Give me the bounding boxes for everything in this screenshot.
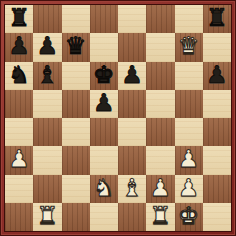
square-a6[interactable]: ♞ xyxy=(5,62,33,90)
square-b4[interactable] xyxy=(33,118,61,146)
square-h7[interactable] xyxy=(203,33,231,61)
square-h3[interactable] xyxy=(203,146,231,174)
square-h8[interactable]: ♜ xyxy=(203,5,231,33)
square-f5[interactable] xyxy=(146,90,174,118)
square-f6[interactable] xyxy=(146,62,174,90)
square-a1[interactable] xyxy=(5,203,33,231)
white-pawn-piece[interactable]: ♟ xyxy=(178,147,200,171)
white-pawn-piece[interactable]: ♟ xyxy=(8,147,30,171)
square-d6[interactable]: ♚ xyxy=(90,62,118,90)
square-b6[interactable]: ♝ xyxy=(33,62,61,90)
black-pawn-piece[interactable]: ♟ xyxy=(206,63,228,87)
square-e7[interactable] xyxy=(118,33,146,61)
square-g1[interactable]: ♚ xyxy=(175,203,203,231)
square-f2[interactable]: ♟ xyxy=(146,175,174,203)
square-c1[interactable] xyxy=(62,203,90,231)
square-g5[interactable] xyxy=(175,90,203,118)
square-d2[interactable]: ♞ xyxy=(90,175,118,203)
black-king-piece[interactable]: ♚ xyxy=(93,63,115,87)
square-c8[interactable] xyxy=(62,5,90,33)
white-queen-piece[interactable]: ♛ xyxy=(178,34,200,58)
square-f8[interactable] xyxy=(146,5,174,33)
square-f7[interactable] xyxy=(146,33,174,61)
white-pawn-piece[interactable]: ♟ xyxy=(178,176,200,200)
square-f3[interactable] xyxy=(146,146,174,174)
square-e4[interactable] xyxy=(118,118,146,146)
square-f4[interactable] xyxy=(146,118,174,146)
square-h5[interactable] xyxy=(203,90,231,118)
black-queen-piece[interactable]: ♛ xyxy=(65,34,87,58)
square-d1[interactable] xyxy=(90,203,118,231)
black-pawn-piece[interactable]: ♟ xyxy=(8,34,30,58)
square-a2[interactable] xyxy=(5,175,33,203)
square-h6[interactable]: ♟ xyxy=(203,62,231,90)
square-e5[interactable] xyxy=(118,90,146,118)
square-e8[interactable] xyxy=(118,5,146,33)
square-d5[interactable]: ♟ xyxy=(90,90,118,118)
white-pawn-piece[interactable]: ♟ xyxy=(150,176,172,200)
square-g7[interactable]: ♛ xyxy=(175,33,203,61)
square-b8[interactable] xyxy=(33,5,61,33)
chess-board: ♜♜♟♟♛♛♞♝♚♟♟♟♟♟♞♝♟♟♜♜♚ xyxy=(5,5,231,231)
square-e1[interactable] xyxy=(118,203,146,231)
square-a3[interactable]: ♟ xyxy=(5,146,33,174)
black-rook-piece[interactable]: ♜ xyxy=(8,6,30,30)
square-a7[interactable]: ♟ xyxy=(5,33,33,61)
square-c4[interactable] xyxy=(62,118,90,146)
square-d8[interactable] xyxy=(90,5,118,33)
square-c7[interactable]: ♛ xyxy=(62,33,90,61)
white-rook-piece[interactable]: ♜ xyxy=(150,204,172,228)
black-pawn-piece[interactable]: ♟ xyxy=(93,91,115,115)
square-a4[interactable] xyxy=(5,118,33,146)
square-g3[interactable]: ♟ xyxy=(175,146,203,174)
square-b1[interactable]: ♜ xyxy=(33,203,61,231)
square-d3[interactable] xyxy=(90,146,118,174)
black-knight-piece[interactable]: ♞ xyxy=(8,63,30,87)
square-h1[interactable] xyxy=(203,203,231,231)
board-frame: ♜♜♟♟♛♛♞♝♚♟♟♟♟♟♞♝♟♟♜♜♚ xyxy=(0,0,236,236)
square-g2[interactable]: ♟ xyxy=(175,175,203,203)
square-c5[interactable] xyxy=(62,90,90,118)
square-a5[interactable] xyxy=(5,90,33,118)
white-king-piece[interactable]: ♚ xyxy=(178,204,200,228)
white-knight-piece[interactable]: ♞ xyxy=(93,176,115,200)
square-h4[interactable] xyxy=(203,118,231,146)
square-b7[interactable]: ♟ xyxy=(33,33,61,61)
white-rook-piece[interactable]: ♜ xyxy=(37,204,59,228)
square-g8[interactable] xyxy=(175,5,203,33)
square-e2[interactable]: ♝ xyxy=(118,175,146,203)
white-bishop-piece[interactable]: ♝ xyxy=(121,176,143,200)
square-e6[interactable]: ♟ xyxy=(118,62,146,90)
square-c3[interactable] xyxy=(62,146,90,174)
black-rook-piece[interactable]: ♜ xyxy=(206,6,228,30)
square-a8[interactable]: ♜ xyxy=(5,5,33,33)
square-b2[interactable] xyxy=(33,175,61,203)
square-h2[interactable] xyxy=(203,175,231,203)
square-b5[interactable] xyxy=(33,90,61,118)
square-d7[interactable] xyxy=(90,33,118,61)
square-c2[interactable] xyxy=(62,175,90,203)
black-bishop-piece[interactable]: ♝ xyxy=(37,63,59,87)
square-b3[interactable] xyxy=(33,146,61,174)
black-pawn-piece[interactable]: ♟ xyxy=(37,34,59,58)
square-d4[interactable] xyxy=(90,118,118,146)
square-g4[interactable] xyxy=(175,118,203,146)
square-e3[interactable] xyxy=(118,146,146,174)
square-g6[interactable] xyxy=(175,62,203,90)
square-f1[interactable]: ♜ xyxy=(146,203,174,231)
black-pawn-piece[interactable]: ♟ xyxy=(121,63,143,87)
square-c6[interactable] xyxy=(62,62,90,90)
